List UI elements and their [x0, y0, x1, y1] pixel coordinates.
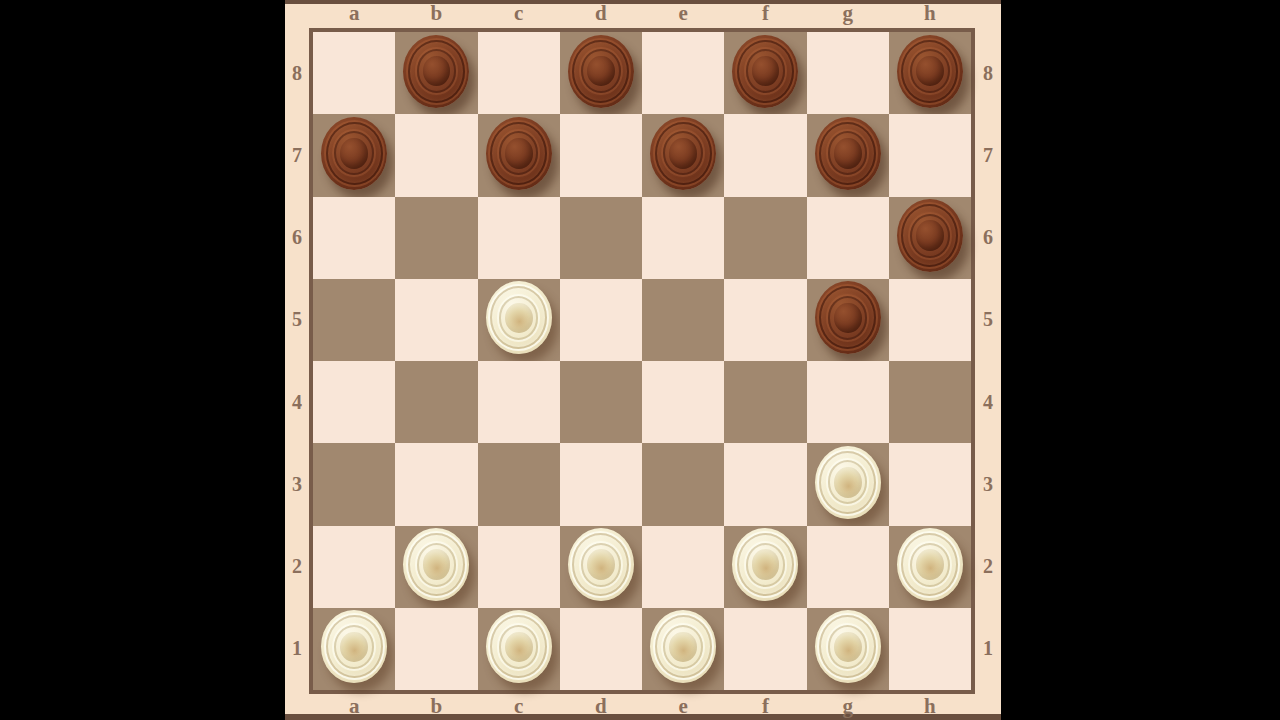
checker-ring — [490, 286, 547, 349]
checker-center-dome — [669, 138, 697, 169]
square-g8[interactable] — [807, 32, 889, 114]
checker-center-dome — [340, 138, 368, 169]
file-label-h-top: h — [889, 2, 971, 27]
square-d1[interactable] — [560, 608, 642, 690]
rank-label-6-left: 6 — [285, 197, 309, 279]
square-b7[interactable] — [395, 114, 477, 196]
checker-ring — [828, 460, 868, 504]
checker-dark-man[interactable]: ⛂ — [321, 117, 387, 190]
checker-ring — [663, 625, 703, 669]
checker-ring — [828, 131, 868, 175]
rank-label-4-right: 4 — [975, 361, 1001, 443]
square-e6[interactable] — [642, 197, 724, 279]
checker-center-dome — [423, 549, 451, 580]
rank-label-8-left: 8 — [285, 32, 309, 114]
square-f8[interactable]: ⛂ — [724, 32, 806, 114]
rank-labels-left: 87654321 — [285, 32, 309, 690]
square-a6[interactable] — [313, 197, 395, 279]
square-a4[interactable] — [313, 361, 395, 443]
rank-labels-right: 87654321 — [975, 32, 1001, 690]
checker-ring — [581, 49, 621, 93]
checker-dark-man[interactable]: ⛂ — [486, 117, 552, 190]
checker-center-dome — [834, 632, 862, 663]
square-h5[interactable] — [889, 279, 971, 361]
checker-center-dome — [752, 56, 780, 87]
square-e8[interactable] — [642, 32, 724, 114]
checker-ring — [910, 543, 950, 587]
file-label-a-bottom: a — [313, 695, 395, 715]
square-b1[interactable] — [395, 608, 477, 690]
checker-white-man[interactable]: ⛀ — [732, 528, 798, 601]
square-g2[interactable] — [807, 526, 889, 608]
rank-label-4-left: 4 — [285, 361, 309, 443]
checker-center-dome — [587, 56, 615, 87]
checker-dark-man[interactable]: ⛂ — [897, 35, 963, 108]
checker-center-dome — [752, 549, 780, 580]
checker-ring — [901, 533, 958, 596]
square-b8[interactable]: ⛂ — [395, 32, 477, 114]
file-labels-top: abcdefgh — [313, 2, 971, 27]
checker-center-dome — [505, 632, 533, 663]
checker-center-dome — [505, 138, 533, 169]
checker-dark-man[interactable]: ⛂ — [650, 117, 716, 190]
square-f4[interactable] — [724, 361, 806, 443]
file-label-a-top: a — [313, 2, 395, 27]
square-f5[interactable] — [724, 279, 806, 361]
checker-ring — [490, 122, 547, 185]
square-f2[interactable]: ⛀ — [724, 526, 806, 608]
checker-center-dome — [587, 549, 615, 580]
square-f1[interactable] — [724, 608, 806, 690]
checker-ring — [737, 40, 794, 103]
checker-dark-man[interactable]: ⛂ — [568, 35, 634, 108]
square-h4[interactable] — [889, 361, 971, 443]
square-f7[interactable] — [724, 114, 806, 196]
square-d4[interactable] — [560, 361, 642, 443]
checker-ring — [499, 625, 539, 669]
checker-center-dome — [423, 56, 451, 87]
rank-label-7-left: 7 — [285, 114, 309, 196]
checker-ring — [910, 214, 950, 258]
checker-ring — [581, 543, 621, 587]
rank-label-5-left: 5 — [285, 279, 309, 361]
square-g1[interactable]: ⛀ — [807, 608, 889, 690]
rank-label-5-right: 5 — [975, 279, 1001, 361]
checker-ring — [819, 451, 876, 514]
file-label-c-top: c — [478, 2, 560, 27]
square-c6[interactable] — [478, 197, 560, 279]
checker-white-man[interactable]: ⛀ — [486, 281, 552, 354]
checker-ring — [737, 533, 794, 596]
checker-center-dome — [340, 632, 368, 663]
file-labels-bottom: abcdefgh — [313, 695, 971, 715]
checker-ring — [408, 40, 465, 103]
checker-center-dome — [916, 220, 944, 251]
checker-ring — [334, 131, 374, 175]
file-label-e-bottom: e — [642, 695, 724, 715]
square-h1[interactable] — [889, 608, 971, 690]
file-label-b-top: b — [395, 2, 477, 27]
checker-center-dome — [834, 467, 862, 498]
rank-label-7-right: 7 — [975, 114, 1001, 196]
checker-ring — [746, 49, 786, 93]
square-g5[interactable]: ⛂ — [807, 279, 889, 361]
square-e3[interactable] — [642, 443, 724, 525]
rank-label-8-right: 8 — [975, 32, 1001, 114]
rank-label-3-right: 3 — [975, 443, 1001, 525]
rank-label-2-right: 2 — [975, 526, 1001, 608]
checker-white-man[interactable]: ⛀ — [486, 610, 552, 683]
checker-ring — [746, 543, 786, 587]
checker-center-dome — [505, 303, 533, 334]
checker-ring — [819, 286, 876, 349]
checker-ring — [499, 296, 539, 340]
square-h6[interactable]: ⛂ — [889, 197, 971, 279]
file-label-d-top: d — [560, 2, 642, 27]
square-b2[interactable]: ⛀ — [395, 526, 477, 608]
square-e7[interactable]: ⛂ — [642, 114, 724, 196]
square-c2[interactable] — [478, 526, 560, 608]
checker-ring — [819, 615, 876, 678]
square-b4[interactable] — [395, 361, 477, 443]
square-a1[interactable]: ⛀ — [313, 608, 395, 690]
checker-ring — [408, 533, 465, 596]
checker-white-man[interactable]: ⛀ — [897, 528, 963, 601]
square-d5[interactable] — [560, 279, 642, 361]
square-e1[interactable]: ⛀ — [642, 608, 724, 690]
checker-center-dome — [834, 138, 862, 169]
checker-ring — [819, 122, 876, 185]
square-c8[interactable] — [478, 32, 560, 114]
checker-ring — [663, 131, 703, 175]
square-h7[interactable] — [889, 114, 971, 196]
square-b5[interactable] — [395, 279, 477, 361]
square-h2[interactable]: ⛀ — [889, 526, 971, 608]
square-d8[interactable]: ⛂ — [560, 32, 642, 114]
board-frame: abcdefgh abcdefgh 87654321 87654321 ⛂⛂⛂⛂… — [285, 0, 1001, 720]
square-b3[interactable] — [395, 443, 477, 525]
checker-dark-man[interactable]: ⛂ — [403, 35, 469, 108]
square-a2[interactable] — [313, 526, 395, 608]
checker-ring — [655, 122, 712, 185]
file-label-g-top: g — [807, 2, 889, 27]
square-a3[interactable] — [313, 443, 395, 525]
square-c4[interactable] — [478, 361, 560, 443]
square-d6[interactable] — [560, 197, 642, 279]
rank-label-1-right: 1 — [975, 608, 1001, 690]
square-a8[interactable] — [313, 32, 395, 114]
square-e2[interactable] — [642, 526, 724, 608]
checker-ring — [326, 122, 383, 185]
checker-white-man[interactable]: ⛀ — [815, 610, 881, 683]
checker-ring — [326, 615, 383, 678]
checker-center-dome — [916, 56, 944, 87]
square-g4[interactable] — [807, 361, 889, 443]
square-a5[interactable] — [313, 279, 395, 361]
square-c1[interactable]: ⛀ — [478, 608, 560, 690]
checker-dark-man[interactable]: ⛂ — [732, 35, 798, 108]
square-h8[interactable]: ⛂ — [889, 32, 971, 114]
checker-white-man[interactable]: ⛀ — [568, 528, 634, 601]
square-c3[interactable] — [478, 443, 560, 525]
checker-white-man[interactable]: ⛀ — [815, 446, 881, 519]
square-f6[interactable] — [724, 197, 806, 279]
checker-center-dome — [834, 303, 862, 334]
checker-dark-man[interactable]: ⛂ — [897, 199, 963, 272]
checker-ring — [828, 296, 868, 340]
square-g6[interactable] — [807, 197, 889, 279]
square-a7[interactable]: ⛂ — [313, 114, 395, 196]
file-label-g-bottom: g — [807, 695, 889, 715]
checker-center-dome — [916, 549, 944, 580]
rank-label-6-right: 6 — [975, 197, 1001, 279]
checker-ring — [499, 131, 539, 175]
square-c5[interactable]: ⛀ — [478, 279, 560, 361]
square-g3[interactable]: ⛀ — [807, 443, 889, 525]
checker-ring — [417, 543, 457, 587]
file-label-h-bottom: h — [889, 695, 971, 715]
checker-white-man[interactable]: ⛀ — [321, 610, 387, 683]
file-label-e-top: e — [642, 2, 724, 27]
checker-ring — [655, 615, 712, 678]
file-label-f-top: f — [724, 2, 806, 27]
checker-white-man[interactable]: ⛀ — [403, 528, 469, 601]
checker-ring — [572, 40, 629, 103]
file-label-f-bottom: f — [724, 695, 806, 715]
checker-ring — [490, 615, 547, 678]
rank-label-1-left: 1 — [285, 608, 309, 690]
checker-white-man[interactable]: ⛀ — [650, 610, 716, 683]
checker-center-dome — [669, 632, 697, 663]
checker-dark-man[interactable]: ⛂ — [815, 281, 881, 354]
checker-ring — [334, 625, 374, 669]
checker-ring — [901, 204, 958, 267]
square-b6[interactable] — [395, 197, 477, 279]
checker-ring — [572, 533, 629, 596]
file-label-b-bottom: b — [395, 695, 477, 715]
rank-label-3-left: 3 — [285, 443, 309, 525]
square-d2[interactable]: ⛀ — [560, 526, 642, 608]
square-d7[interactable] — [560, 114, 642, 196]
checker-ring — [828, 625, 868, 669]
square-e4[interactable] — [642, 361, 724, 443]
checker-ring — [910, 49, 950, 93]
square-g7[interactable]: ⛂ — [807, 114, 889, 196]
checker-ring — [417, 49, 457, 93]
square-e5[interactable] — [642, 279, 724, 361]
file-label-d-bottom: d — [560, 695, 642, 715]
square-d3[interactable] — [560, 443, 642, 525]
checker-ring — [901, 40, 958, 103]
square-c7[interactable]: ⛂ — [478, 114, 560, 196]
square-f3[interactable] — [724, 443, 806, 525]
file-label-c-bottom: c — [478, 695, 560, 715]
rank-label-2-left: 2 — [285, 526, 309, 608]
square-h3[interactable] — [889, 443, 971, 525]
checker-dark-man[interactable]: ⛂ — [815, 117, 881, 190]
checkers-board: ⛂⛂⛂⛂⛂⛂⛂⛂⛂⛀⛂⛀⛀⛀⛀⛀⛀⛀⛀⛀ — [309, 28, 975, 694]
